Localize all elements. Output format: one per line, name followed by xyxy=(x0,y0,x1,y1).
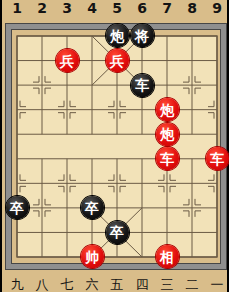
board-point-4-7[interactable]: 卒 xyxy=(80,196,105,221)
file-label-bottom-2: 八 xyxy=(36,276,49,292)
file-label-top-2: 2 xyxy=(37,0,47,16)
board-click-layer[interactable]: 炮将兵兵车炮炮车车卒卒卒帅相 xyxy=(5,24,230,269)
file-label-bottom-8: 二 xyxy=(186,276,199,292)
red-elephant-piece[interactable]: 相 xyxy=(156,245,179,268)
black-soldier-piece[interactable]: 卒 xyxy=(6,196,29,219)
board-point-9-5[interactable]: 车 xyxy=(205,146,230,171)
board-point-7-9[interactable]: 相 xyxy=(155,245,180,270)
board-point-5-8[interactable]: 卒 xyxy=(105,220,130,245)
board-point-6-2[interactable]: 车 xyxy=(130,73,155,98)
red-cannon-piece[interactable]: 炮 xyxy=(156,98,179,121)
black-chariot-piece[interactable]: 车 xyxy=(131,74,154,97)
file-label-bottom-3: 七 xyxy=(61,276,74,292)
black-cannon-piece[interactable]: 炮 xyxy=(106,24,129,47)
file-label-top-5: 5 xyxy=(112,0,122,16)
file-label-top-8: 8 xyxy=(187,0,197,16)
file-label-top-3: 3 xyxy=(62,0,72,16)
file-label-top-7: 7 xyxy=(162,0,172,16)
file-label-top-6: 6 xyxy=(137,0,147,16)
board-point-5-1[interactable]: 兵 xyxy=(105,48,130,73)
file-label-top-9: 9 xyxy=(212,0,222,16)
file-label-bottom-5: 五 xyxy=(111,276,124,292)
board-point-3-1[interactable]: 兵 xyxy=(55,48,80,73)
board-point-7-5[interactable]: 车 xyxy=(155,146,180,171)
board-point-7-3[interactable]: 炮 xyxy=(155,97,180,122)
board-point-5-0[interactable]: 炮 xyxy=(105,24,130,49)
board-point-7-4[interactable]: 炮 xyxy=(155,122,180,147)
file-label-bottom-4: 六 xyxy=(86,276,99,292)
file-label-bottom-6: 四 xyxy=(136,276,149,292)
red-chariot-piece[interactable]: 车 xyxy=(156,147,179,170)
black-soldier-piece[interactable]: 卒 xyxy=(81,196,104,219)
board-point-1-7[interactable]: 卒 xyxy=(5,196,30,221)
black-soldier-piece[interactable]: 卒 xyxy=(106,221,129,244)
red-general-piece[interactable]: 帅 xyxy=(81,245,104,268)
file-label-top-4: 4 xyxy=(87,0,97,16)
black-general-piece[interactable]: 将 xyxy=(131,24,154,47)
red-chariot-piece[interactable]: 车 xyxy=(206,147,229,170)
red-soldier-piece[interactable]: 兵 xyxy=(106,49,129,72)
file-label-top-1: 1 xyxy=(12,0,22,16)
board-point-4-9[interactable]: 帅 xyxy=(80,245,105,270)
red-cannon-piece[interactable]: 炮 xyxy=(156,123,179,146)
board-point-6-0[interactable]: 将 xyxy=(130,24,155,49)
file-label-bottom-7: 三 xyxy=(161,276,174,292)
file-label-bottom-9: 一 xyxy=(211,276,224,292)
file-label-bottom-1: 九 xyxy=(11,276,24,292)
red-soldier-piece[interactable]: 兵 xyxy=(56,49,79,72)
xiangqi-app-window: 123456789 九八七六五四三二一 炮将兵兵车炮炮车车卒卒卒帅相 xyxy=(0,0,229,292)
